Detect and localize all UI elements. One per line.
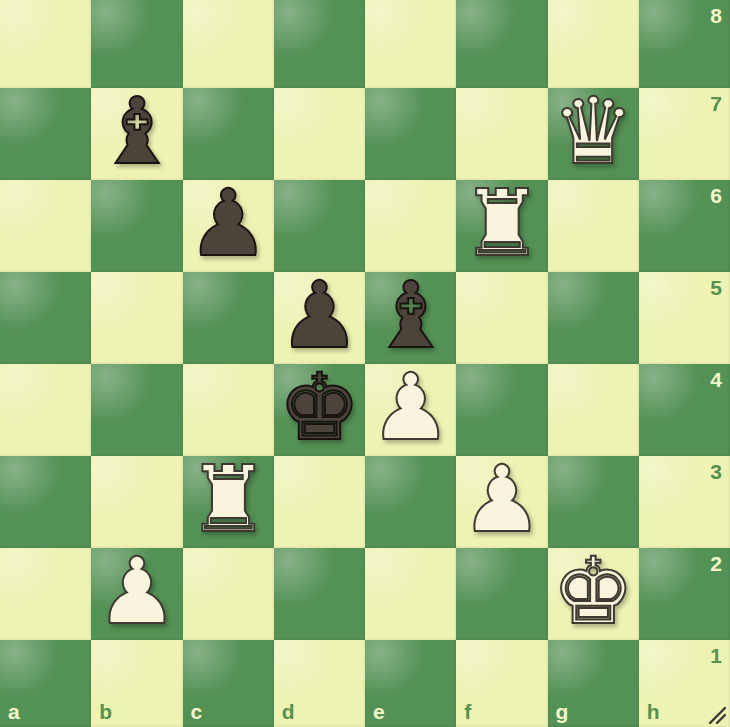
white-rook[interactable]: ♜ (461, 178, 543, 270)
square-h4[interactable]: 4 (639, 364, 730, 456)
black-king[interactable]: ♚ (278, 362, 360, 454)
square-d6[interactable] (274, 180, 365, 272)
rank-label-1: 1 (710, 645, 722, 666)
file-label-f: f (464, 701, 471, 722)
square-e5[interactable]: ♝ (365, 272, 456, 364)
white-king[interactable]: ♚ (552, 546, 634, 638)
square-a4[interactable] (0, 364, 91, 456)
square-b6[interactable] (91, 180, 182, 272)
square-f5[interactable] (456, 272, 547, 364)
white-queen[interactable]: ♛ (552, 86, 634, 178)
square-d5[interactable]: ♟ (274, 272, 365, 364)
square-a7[interactable] (0, 88, 91, 180)
square-h6[interactable]: 6 (639, 180, 730, 272)
black-pawn[interactable]: ♟ (187, 178, 269, 270)
white-rook[interactable]: ♜ (187, 454, 269, 546)
square-h8[interactable]: 8 (639, 0, 730, 88)
square-g2[interactable]: ♚ (548, 548, 639, 640)
square-a5[interactable] (0, 272, 91, 364)
square-f8[interactable] (456, 0, 547, 88)
square-a8[interactable] (0, 0, 91, 88)
square-h3[interactable]: 3 (639, 456, 730, 548)
file-label-g: g (556, 701, 569, 722)
square-a3[interactable] (0, 456, 91, 548)
square-f6[interactable]: ♜ (456, 180, 547, 272)
square-e6[interactable] (365, 180, 456, 272)
square-a2[interactable] (0, 548, 91, 640)
square-e8[interactable] (365, 0, 456, 88)
square-d4[interactable]: ♚ (274, 364, 365, 456)
square-h2[interactable]: 2 (639, 548, 730, 640)
file-label-c: c (191, 701, 203, 722)
chess-board: 8♝♛7♟♜6♟♝5♚♟4♜♟3♟♚2abcdefg1h (0, 0, 730, 727)
board-resize-handle[interactable] (708, 706, 726, 724)
square-a1[interactable]: a (0, 640, 91, 727)
square-g1[interactable]: g (548, 640, 639, 727)
rank-label-4: 4 (710, 369, 722, 390)
square-d2[interactable] (274, 548, 365, 640)
square-h5[interactable]: 5 (639, 272, 730, 364)
rank-label-7: 7 (710, 93, 722, 114)
file-label-a: a (8, 701, 20, 722)
square-d7[interactable] (274, 88, 365, 180)
rank-label-5: 5 (710, 277, 722, 298)
square-b8[interactable] (91, 0, 182, 88)
file-label-d: d (282, 701, 295, 722)
square-f3[interactable]: ♟ (456, 456, 547, 548)
square-c5[interactable] (183, 272, 274, 364)
square-c6[interactable]: ♟ (183, 180, 274, 272)
square-b5[interactable] (91, 272, 182, 364)
square-c1[interactable]: c (183, 640, 274, 727)
white-pawn[interactable]: ♟ (461, 454, 543, 546)
square-f2[interactable] (456, 548, 547, 640)
square-e1[interactable]: e (365, 640, 456, 727)
square-c4[interactable] (183, 364, 274, 456)
square-e4[interactable]: ♟ (365, 364, 456, 456)
square-b3[interactable] (91, 456, 182, 548)
white-pawn[interactable]: ♟ (369, 362, 451, 454)
file-label-e: e (373, 701, 385, 722)
square-b4[interactable] (91, 364, 182, 456)
file-label-h: h (647, 701, 660, 722)
square-a6[interactable] (0, 180, 91, 272)
square-g4[interactable] (548, 364, 639, 456)
white-pawn[interactable]: ♟ (96, 546, 178, 638)
square-h7[interactable]: 7 (639, 88, 730, 180)
rank-label-3: 3 (710, 461, 722, 482)
square-f1[interactable]: f (456, 640, 547, 727)
square-g5[interactable] (548, 272, 639, 364)
square-b1[interactable]: b (91, 640, 182, 727)
square-e2[interactable] (365, 548, 456, 640)
black-pawn[interactable]: ♟ (278, 270, 360, 362)
square-g6[interactable] (548, 180, 639, 272)
square-f4[interactable] (456, 364, 547, 456)
square-d3[interactable] (274, 456, 365, 548)
rank-label-8: 8 (710, 5, 722, 26)
black-bishop[interactable]: ♝ (96, 86, 178, 178)
square-c7[interactable] (183, 88, 274, 180)
square-b2[interactable]: ♟ (91, 548, 182, 640)
file-label-b: b (99, 701, 112, 722)
square-g7[interactable]: ♛ (548, 88, 639, 180)
square-d1[interactable]: d (274, 640, 365, 727)
rank-label-2: 2 (710, 553, 722, 574)
square-c2[interactable] (183, 548, 274, 640)
square-e3[interactable] (365, 456, 456, 548)
square-c8[interactable] (183, 0, 274, 88)
rank-label-6: 6 (710, 185, 722, 206)
square-g8[interactable] (548, 0, 639, 88)
square-c3[interactable]: ♜ (183, 456, 274, 548)
square-e7[interactable] (365, 88, 456, 180)
square-h1[interactable]: 1h (639, 640, 730, 727)
square-g3[interactable] (548, 456, 639, 548)
square-d8[interactable] (274, 0, 365, 88)
black-bishop[interactable]: ♝ (369, 270, 451, 362)
square-b7[interactable]: ♝ (91, 88, 182, 180)
square-f7[interactable] (456, 88, 547, 180)
